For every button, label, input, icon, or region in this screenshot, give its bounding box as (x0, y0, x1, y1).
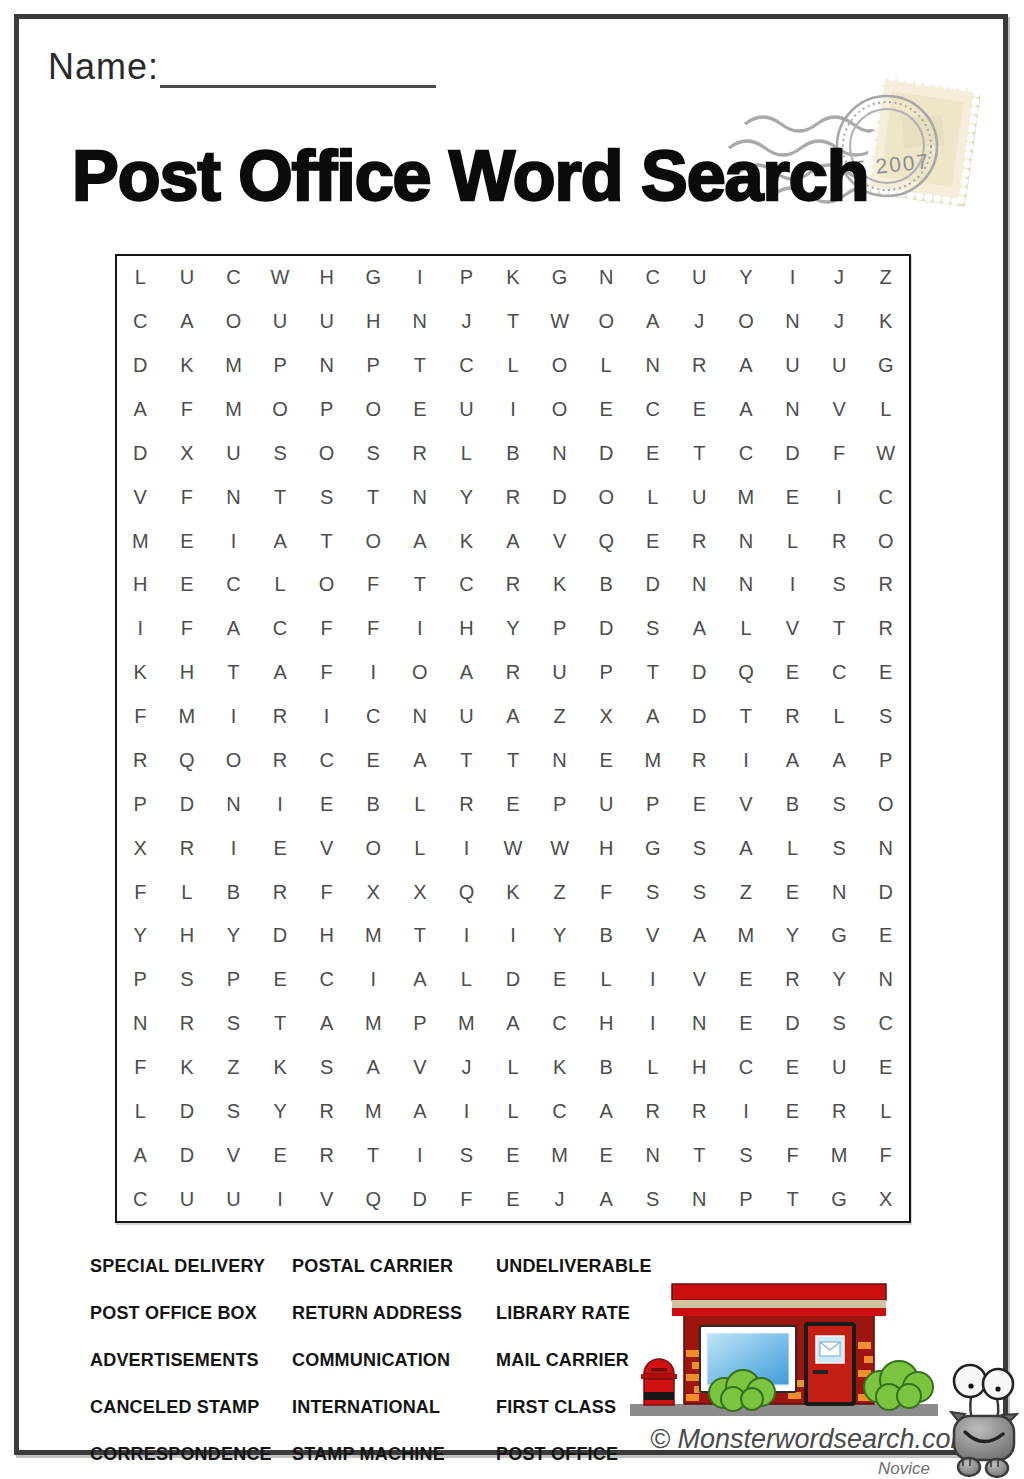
grid-cell-5-14[interactable]: C (723, 431, 770, 475)
grid-cell-6-14[interactable]: M (723, 475, 770, 519)
grid-cell-10-8[interactable]: A (443, 651, 490, 695)
grid-cell-21-6[interactable]: T (350, 1133, 397, 1177)
grid-cell-3-6[interactable]: P (350, 344, 397, 388)
grid-cell-21-1[interactable]: A (117, 1133, 164, 1177)
grid-cell-19-4[interactable]: K (257, 1046, 304, 1090)
grid-cell-14-11[interactable]: H (583, 826, 630, 870)
grid-cell-15-13[interactable]: S (676, 870, 723, 914)
grid-cell-5-5[interactable]: O (303, 431, 350, 475)
grid-cell-17-4[interactable]: E (257, 958, 304, 1002)
grid-cell-4-3[interactable]: M (210, 388, 257, 432)
grid-cell-22-1[interactable]: C (117, 1177, 164, 1221)
grid-cell-10-6[interactable]: I (350, 651, 397, 695)
grid-cell-9-5[interactable]: F (303, 607, 350, 651)
grid-cell-3-8[interactable]: C (443, 344, 490, 388)
grid-cell-7-11[interactable]: Q (583, 519, 630, 563)
grid-cell-15-8[interactable]: Q (443, 870, 490, 914)
grid-cell-4-7[interactable]: E (397, 388, 444, 432)
grid-cell-1-17[interactable]: Z (862, 256, 909, 300)
grid-cell-8-14[interactable]: N (723, 563, 770, 607)
grid-cell-22-13[interactable]: N (676, 1177, 723, 1221)
grid-cell-16-11[interactable]: B (583, 914, 630, 958)
grid-cell-15-2[interactable]: L (164, 870, 211, 914)
grid-cell-5-11[interactable]: D (583, 431, 630, 475)
grid-cell-3-11[interactable]: L (583, 344, 630, 388)
grid-cell-4-12[interactable]: C (629, 388, 676, 432)
grid-cell-12-3[interactable]: O (210, 738, 257, 782)
grid-cell-1-16[interactable]: J (816, 256, 863, 300)
grid-cell-19-12[interactable]: L (629, 1046, 676, 1090)
grid-cell-1-11[interactable]: N (583, 256, 630, 300)
grid-cell-15-16[interactable]: N (816, 870, 863, 914)
grid-cell-15-5[interactable]: F (303, 870, 350, 914)
grid-cell-2-6[interactable]: H (350, 300, 397, 344)
grid-cell-16-1[interactable]: Y (117, 914, 164, 958)
grid-cell-1-5[interactable]: H (303, 256, 350, 300)
grid-cell-5-13[interactable]: T (676, 431, 723, 475)
grid-cell-11-11[interactable]: X (583, 695, 630, 739)
grid-cell-1-2[interactable]: U (164, 256, 211, 300)
grid-cell-4-6[interactable]: O (350, 388, 397, 432)
grid-cell-2-9[interactable]: T (490, 300, 537, 344)
grid-cell-9-15[interactable]: V (769, 607, 816, 651)
grid-cell-13-16[interactable]: S (816, 782, 863, 826)
grid-cell-21-8[interactable]: S (443, 1133, 490, 1177)
grid-cell-17-6[interactable]: I (350, 958, 397, 1002)
grid-cell-1-4[interactable]: W (257, 256, 304, 300)
grid-cell-4-8[interactable]: U (443, 388, 490, 432)
grid-cell-20-1[interactable]: L (117, 1089, 164, 1133)
grid-cell-13-8[interactable]: R (443, 782, 490, 826)
grid-cell-18-4[interactable]: T (257, 1002, 304, 1046)
grid-cell-14-3[interactable]: I (210, 826, 257, 870)
grid-cell-13-2[interactable]: D (164, 782, 211, 826)
grid-cell-21-5[interactable]: R (303, 1133, 350, 1177)
grid-cell-9-7[interactable]: I (397, 607, 444, 651)
grid-cell-14-14[interactable]: A (723, 826, 770, 870)
grid-cell-4-5[interactable]: P (303, 388, 350, 432)
grid-cell-13-11[interactable]: U (583, 782, 630, 826)
grid-cell-12-6[interactable]: E (350, 738, 397, 782)
grid-cell-1-3[interactable]: C (210, 256, 257, 300)
grid-cell-11-13[interactable]: D (676, 695, 723, 739)
grid-cell-12-10[interactable]: N (536, 738, 583, 782)
grid-cell-18-9[interactable]: A (490, 1002, 537, 1046)
grid-cell-12-15[interactable]: A (769, 738, 816, 782)
grid-cell-21-4[interactable]: E (257, 1133, 304, 1177)
grid-cell-4-2[interactable]: F (164, 388, 211, 432)
grid-cell-10-3[interactable]: T (210, 651, 257, 695)
grid-cell-20-8[interactable]: I (443, 1089, 490, 1133)
grid-cell-9-1[interactable]: I (117, 607, 164, 651)
grid-cell-14-7[interactable]: L (397, 826, 444, 870)
grid-cell-20-13[interactable]: R (676, 1089, 723, 1133)
grid-cell-9-2[interactable]: F (164, 607, 211, 651)
grid-cell-4-14[interactable]: A (723, 388, 770, 432)
grid-cell-9-12[interactable]: S (629, 607, 676, 651)
grid-cell-13-4[interactable]: I (257, 782, 304, 826)
grid-cell-12-12[interactable]: M (629, 738, 676, 782)
grid-cell-10-14[interactable]: Q (723, 651, 770, 695)
grid-cell-9-9[interactable]: Y (490, 607, 537, 651)
grid-cell-9-11[interactable]: D (583, 607, 630, 651)
grid-cell-8-8[interactable]: C (443, 563, 490, 607)
grid-cell-7-12[interactable]: E (629, 519, 676, 563)
grid-cell-2-17[interactable]: K (862, 300, 909, 344)
grid-cell-12-16[interactable]: A (816, 738, 863, 782)
grid-cell-11-10[interactable]: Z (536, 695, 583, 739)
grid-cell-6-9[interactable]: R (490, 475, 537, 519)
grid-cell-19-8[interactable]: J (443, 1046, 490, 1090)
grid-cell-21-13[interactable]: T (676, 1133, 723, 1177)
grid-cell-19-10[interactable]: K (536, 1046, 583, 1090)
grid-cell-11-5[interactable]: I (303, 695, 350, 739)
grid-cell-8-1[interactable]: H (117, 563, 164, 607)
grid-cell-14-16[interactable]: S (816, 826, 863, 870)
grid-cell-7-9[interactable]: A (490, 519, 537, 563)
grid-cell-3-2[interactable]: K (164, 344, 211, 388)
grid-cell-13-13[interactable]: E (676, 782, 723, 826)
grid-cell-14-15[interactable]: L (769, 826, 816, 870)
grid-cell-4-10[interactable]: O (536, 388, 583, 432)
grid-cell-7-3[interactable]: I (210, 519, 257, 563)
grid-cell-2-1[interactable]: C (117, 300, 164, 344)
grid-cell-6-15[interactable]: E (769, 475, 816, 519)
grid-cell-20-14[interactable]: I (723, 1089, 770, 1133)
grid-cell-5-2[interactable]: X (164, 431, 211, 475)
grid-cell-21-14[interactable]: S (723, 1133, 770, 1177)
grid-cell-18-11[interactable]: H (583, 1002, 630, 1046)
grid-cell-1-10[interactable]: G (536, 256, 583, 300)
grid-cell-4-15[interactable]: N (769, 388, 816, 432)
grid-cell-12-14[interactable]: I (723, 738, 770, 782)
grid-cell-17-3[interactable]: P (210, 958, 257, 1002)
grid-cell-18-16[interactable]: S (816, 1002, 863, 1046)
grid-cell-13-1[interactable]: P (117, 782, 164, 826)
grid-cell-18-14[interactable]: E (723, 1002, 770, 1046)
grid-cell-5-6[interactable]: S (350, 431, 397, 475)
grid-cell-10-12[interactable]: T (629, 651, 676, 695)
grid-cell-20-5[interactable]: R (303, 1089, 350, 1133)
grid-cell-7-10[interactable]: V (536, 519, 583, 563)
grid-cell-16-15[interactable]: Y (769, 914, 816, 958)
grid-cell-10-5[interactable]: F (303, 651, 350, 695)
grid-cell-7-5[interactable]: T (303, 519, 350, 563)
grid-cell-15-7[interactable]: X (397, 870, 444, 914)
grid-cell-12-2[interactable]: Q (164, 738, 211, 782)
grid-cell-11-12[interactable]: A (629, 695, 676, 739)
grid-cell-18-2[interactable]: R (164, 1002, 211, 1046)
grid-cell-11-15[interactable]: R (769, 695, 816, 739)
grid-cell-1-15[interactable]: I (769, 256, 816, 300)
grid-cell-10-1[interactable]: K (117, 651, 164, 695)
grid-cell-12-9[interactable]: T (490, 738, 537, 782)
grid-cell-2-16[interactable]: J (816, 300, 863, 344)
grid-cell-18-3[interactable]: S (210, 1002, 257, 1046)
grid-cell-18-12[interactable]: I (629, 1002, 676, 1046)
grid-cell-13-14[interactable]: V (723, 782, 770, 826)
grid-cell-10-17[interactable]: E (862, 651, 909, 695)
grid-cell-14-1[interactable]: X (117, 826, 164, 870)
grid-cell-16-8[interactable]: I (443, 914, 490, 958)
grid-cell-15-15[interactable]: E (769, 870, 816, 914)
grid-cell-12-17[interactable]: P (862, 738, 909, 782)
grid-cell-14-10[interactable]: W (536, 826, 583, 870)
grid-cell-8-4[interactable]: L (257, 563, 304, 607)
grid-cell-6-11[interactable]: O (583, 475, 630, 519)
grid-cell-8-6[interactable]: F (350, 563, 397, 607)
grid-cell-19-11[interactable]: B (583, 1046, 630, 1090)
grid-cell-21-7[interactable]: I (397, 1133, 444, 1177)
grid-cell-21-9[interactable]: E (490, 1133, 537, 1177)
grid-cell-21-15[interactable]: F (769, 1133, 816, 1177)
grid-cell-5-4[interactable]: S (257, 431, 304, 475)
grid-cell-16-17[interactable]: E (862, 914, 909, 958)
grid-cell-16-6[interactable]: M (350, 914, 397, 958)
grid-cell-10-15[interactable]: E (769, 651, 816, 695)
grid-cell-4-16[interactable]: V (816, 388, 863, 432)
grid-cell-17-2[interactable]: S (164, 958, 211, 1002)
grid-cell-3-17[interactable]: G (862, 344, 909, 388)
grid-cell-4-1[interactable]: A (117, 388, 164, 432)
grid-cell-22-6[interactable]: Q (350, 1177, 397, 1221)
grid-cell-11-4[interactable]: R (257, 695, 304, 739)
grid-cell-11-1[interactable]: F (117, 695, 164, 739)
grid-cell-8-5[interactable]: O (303, 563, 350, 607)
grid-cell-3-15[interactable]: U (769, 344, 816, 388)
grid-cell-17-17[interactable]: N (862, 958, 909, 1002)
grid-cell-18-5[interactable]: A (303, 1002, 350, 1046)
grid-cell-18-6[interactable]: M (350, 1002, 397, 1046)
grid-cell-16-9[interactable]: I (490, 914, 537, 958)
grid-cell-1-9[interactable]: K (490, 256, 537, 300)
grid-cell-14-5[interactable]: V (303, 826, 350, 870)
grid-cell-5-12[interactable]: E (629, 431, 676, 475)
grid-cell-8-15[interactable]: I (769, 563, 816, 607)
grid-cell-2-3[interactable]: O (210, 300, 257, 344)
grid-cell-18-15[interactable]: D (769, 1002, 816, 1046)
grid-cell-8-10[interactable]: K (536, 563, 583, 607)
grid-cell-6-1[interactable]: V (117, 475, 164, 519)
grid-cell-3-7[interactable]: T (397, 344, 444, 388)
grid-cell-19-2[interactable]: K (164, 1046, 211, 1090)
grid-cell-6-7[interactable]: N (397, 475, 444, 519)
grid-cell-19-14[interactable]: C (723, 1046, 770, 1090)
grid-cell-10-4[interactable]: A (257, 651, 304, 695)
grid-cell-14-4[interactable]: E (257, 826, 304, 870)
grid-cell-22-17[interactable]: X (862, 1177, 909, 1221)
grid-cell-2-15[interactable]: N (769, 300, 816, 344)
grid-cell-22-14[interactable]: P (723, 1177, 770, 1221)
grid-cell-19-16[interactable]: U (816, 1046, 863, 1090)
grid-cell-15-1[interactable]: F (117, 870, 164, 914)
grid-cell-8-13[interactable]: N (676, 563, 723, 607)
grid-cell-21-17[interactable]: F (862, 1133, 909, 1177)
grid-cell-19-13[interactable]: H (676, 1046, 723, 1090)
grid-cell-20-2[interactable]: D (164, 1089, 211, 1133)
grid-cell-18-1[interactable]: N (117, 1002, 164, 1046)
grid-cell-12-1[interactable]: R (117, 738, 164, 782)
grid-cell-16-7[interactable]: T (397, 914, 444, 958)
grid-cell-20-11[interactable]: A (583, 1089, 630, 1133)
grid-cell-2-11[interactable]: O (583, 300, 630, 344)
grid-cell-6-3[interactable]: N (210, 475, 257, 519)
grid-cell-2-2[interactable]: A (164, 300, 211, 344)
grid-cell-10-13[interactable]: D (676, 651, 723, 695)
grid-cell-20-10[interactable]: C (536, 1089, 583, 1133)
grid-cell-1-12[interactable]: C (629, 256, 676, 300)
grid-cell-3-9[interactable]: L (490, 344, 537, 388)
grid-cell-19-9[interactable]: L (490, 1046, 537, 1090)
grid-cell-16-13[interactable]: A (676, 914, 723, 958)
grid-cell-22-10[interactable]: J (536, 1177, 583, 1221)
grid-cell-2-8[interactable]: J (443, 300, 490, 344)
grid-cell-12-4[interactable]: R (257, 738, 304, 782)
grid-cell-17-8[interactable]: L (443, 958, 490, 1002)
grid-cell-3-16[interactable]: U (816, 344, 863, 388)
grid-cell-22-9[interactable]: E (490, 1177, 537, 1221)
grid-cell-1-7[interactable]: I (397, 256, 444, 300)
grid-cell-1-14[interactable]: Y (723, 256, 770, 300)
grid-cell-20-7[interactable]: A (397, 1089, 444, 1133)
grid-cell-6-2[interactable]: F (164, 475, 211, 519)
grid-cell-21-10[interactable]: M (536, 1133, 583, 1177)
grid-cell-8-12[interactable]: D (629, 563, 676, 607)
grid-cell-7-14[interactable]: N (723, 519, 770, 563)
grid-cell-15-17[interactable]: D (862, 870, 909, 914)
grid-cell-6-13[interactable]: U (676, 475, 723, 519)
grid-cell-15-12[interactable]: S (629, 870, 676, 914)
grid-cell-15-9[interactable]: K (490, 870, 537, 914)
grid-cell-10-10[interactable]: U (536, 651, 583, 695)
grid-cell-12-13[interactable]: R (676, 738, 723, 782)
grid-cell-14-2[interactable]: R (164, 826, 211, 870)
grid-cell-6-8[interactable]: Y (443, 475, 490, 519)
grid-cell-18-13[interactable]: N (676, 1002, 723, 1046)
grid-cell-13-12[interactable]: P (629, 782, 676, 826)
grid-cell-13-5[interactable]: E (303, 782, 350, 826)
grid-cell-18-10[interactable]: C (536, 1002, 583, 1046)
grid-cell-10-7[interactable]: O (397, 651, 444, 695)
grid-cell-7-2[interactable]: E (164, 519, 211, 563)
grid-cell-13-7[interactable]: L (397, 782, 444, 826)
grid-cell-17-5[interactable]: C (303, 958, 350, 1002)
grid-cell-7-8[interactable]: K (443, 519, 490, 563)
grid-cell-7-13[interactable]: R (676, 519, 723, 563)
grid-cell-9-3[interactable]: A (210, 607, 257, 651)
grid-cell-20-17[interactable]: L (862, 1089, 909, 1133)
grid-cell-11-9[interactable]: A (490, 695, 537, 739)
grid-cell-3-1[interactable]: D (117, 344, 164, 388)
grid-cell-12-5[interactable]: C (303, 738, 350, 782)
grid-cell-6-6[interactable]: T (350, 475, 397, 519)
grid-cell-5-3[interactable]: U (210, 431, 257, 475)
grid-cell-9-14[interactable]: L (723, 607, 770, 651)
grid-cell-16-16[interactable]: G (816, 914, 863, 958)
grid-cell-10-2[interactable]: H (164, 651, 211, 695)
grid-cell-22-7[interactable]: D (397, 1177, 444, 1221)
grid-cell-10-11[interactable]: P (583, 651, 630, 695)
grid-cell-2-10[interactable]: W (536, 300, 583, 344)
grid-cell-8-16[interactable]: S (816, 563, 863, 607)
grid-cell-22-4[interactable]: I (257, 1177, 304, 1221)
grid-cell-11-7[interactable]: N (397, 695, 444, 739)
grid-cell-5-17[interactable]: W (862, 431, 909, 475)
grid-cell-13-3[interactable]: N (210, 782, 257, 826)
grid-cell-5-15[interactable]: D (769, 431, 816, 475)
grid-cell-15-4[interactable]: R (257, 870, 304, 914)
grid-cell-20-12[interactable]: R (629, 1089, 676, 1133)
grid-cell-3-12[interactable]: N (629, 344, 676, 388)
grid-cell-9-17[interactable]: R (862, 607, 909, 651)
grid-cell-19-1[interactable]: F (117, 1046, 164, 1090)
grid-cell-17-11[interactable]: L (583, 958, 630, 1002)
grid-cell-12-8[interactable]: T (443, 738, 490, 782)
grid-cell-20-9[interactable]: L (490, 1089, 537, 1133)
grid-cell-5-1[interactable]: D (117, 431, 164, 475)
grid-cell-3-4[interactable]: P (257, 344, 304, 388)
grid-cell-17-13[interactable]: V (676, 958, 723, 1002)
grid-cell-14-12[interactable]: G (629, 826, 676, 870)
grid-cell-20-6[interactable]: M (350, 1089, 397, 1133)
grid-cell-18-8[interactable]: M (443, 1002, 490, 1046)
grid-cell-17-10[interactable]: E (536, 958, 583, 1002)
grid-cell-18-17[interactable]: C (862, 1002, 909, 1046)
grid-cell-8-9[interactable]: R (490, 563, 537, 607)
grid-cell-2-7[interactable]: N (397, 300, 444, 344)
grid-cell-18-7[interactable]: P (397, 1002, 444, 1046)
grid-cell-16-12[interactable]: V (629, 914, 676, 958)
grid-cell-8-2[interactable]: E (164, 563, 211, 607)
grid-cell-5-9[interactable]: B (490, 431, 537, 475)
grid-cell-22-2[interactable]: U (164, 1177, 211, 1221)
grid-cell-15-14[interactable]: Z (723, 870, 770, 914)
grid-cell-6-16[interactable]: I (816, 475, 863, 519)
grid-cell-16-2[interactable]: H (164, 914, 211, 958)
grid-cell-22-15[interactable]: T (769, 1177, 816, 1221)
grid-cell-7-1[interactable]: M (117, 519, 164, 563)
grid-cell-22-3[interactable]: U (210, 1177, 257, 1221)
grid-cell-3-14[interactable]: A (723, 344, 770, 388)
grid-cell-19-7[interactable]: V (397, 1046, 444, 1090)
grid-cell-9-4[interactable]: C (257, 607, 304, 651)
grid-cell-11-17[interactable]: S (862, 695, 909, 739)
grid-cell-13-15[interactable]: B (769, 782, 816, 826)
grid-cell-19-15[interactable]: E (769, 1046, 816, 1090)
grid-cell-11-2[interactable]: M (164, 695, 211, 739)
grid-cell-3-13[interactable]: R (676, 344, 723, 388)
grid-cell-14-8[interactable]: I (443, 826, 490, 870)
grid-cell-11-6[interactable]: C (350, 695, 397, 739)
grid-cell-22-8[interactable]: F (443, 1177, 490, 1221)
grid-cell-13-17[interactable]: O (862, 782, 909, 826)
grid-cell-21-3[interactable]: V (210, 1133, 257, 1177)
grid-cell-1-13[interactable]: U (676, 256, 723, 300)
grid-cell-8-11[interactable]: B (583, 563, 630, 607)
grid-cell-9-10[interactable]: P (536, 607, 583, 651)
grid-cell-17-12[interactable]: I (629, 958, 676, 1002)
grid-cell-7-4[interactable]: A (257, 519, 304, 563)
grid-cell-15-3[interactable]: B (210, 870, 257, 914)
grid-cell-2-14[interactable]: O (723, 300, 770, 344)
grid-cell-2-5[interactable]: U (303, 300, 350, 344)
grid-cell-2-12[interactable]: A (629, 300, 676, 344)
grid-cell-20-4[interactable]: Y (257, 1089, 304, 1133)
grid-cell-1-8[interactable]: P (443, 256, 490, 300)
grid-cell-17-1[interactable]: P (117, 958, 164, 1002)
grid-cell-22-12[interactable]: S (629, 1177, 676, 1221)
grid-cell-13-9[interactable]: E (490, 782, 537, 826)
